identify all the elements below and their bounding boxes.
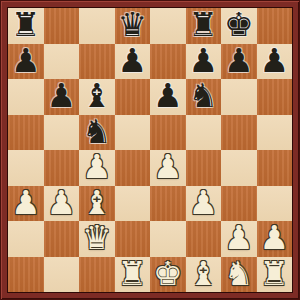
square-c4[interactable]: ♟ xyxy=(79,150,115,186)
square-f2[interactable] xyxy=(186,221,222,257)
black-king-g8[interactable]: ♚ xyxy=(224,8,254,42)
square-e6[interactable]: ♟ xyxy=(150,79,186,115)
square-g1[interactable]: ♞ xyxy=(221,257,257,293)
square-a7[interactable]: ♟ xyxy=(8,44,44,80)
square-a3[interactable]: ♟ xyxy=(8,186,44,222)
square-a8[interactable]: ♜ xyxy=(8,8,44,44)
square-f5[interactable] xyxy=(186,115,222,151)
square-e4[interactable]: ♟ xyxy=(150,150,186,186)
square-g3[interactable] xyxy=(221,186,257,222)
white-bishop-f1[interactable]: ♝ xyxy=(188,257,218,291)
square-c6[interactable]: ♝ xyxy=(79,79,115,115)
square-g4[interactable] xyxy=(221,150,257,186)
square-f7[interactable]: ♟ xyxy=(186,44,222,80)
black-rook-f8[interactable]: ♜ xyxy=(188,8,218,42)
square-b2[interactable] xyxy=(44,221,80,257)
square-h8[interactable] xyxy=(257,8,293,44)
square-e1[interactable]: ♚ xyxy=(150,257,186,293)
square-g5[interactable] xyxy=(221,115,257,151)
square-h4[interactable] xyxy=(257,150,293,186)
white-bishop-c3[interactable]: ♝ xyxy=(82,186,112,220)
square-h2[interactable]: ♟ xyxy=(257,221,293,257)
square-a4[interactable] xyxy=(8,150,44,186)
white-knight-g1[interactable]: ♞ xyxy=(224,257,254,291)
square-d2[interactable] xyxy=(115,221,151,257)
square-g8[interactable]: ♚ xyxy=(221,8,257,44)
black-pawn-d7[interactable]: ♟ xyxy=(117,44,147,78)
square-c1[interactable] xyxy=(79,257,115,293)
square-f8[interactable]: ♜ xyxy=(186,8,222,44)
square-e8[interactable] xyxy=(150,8,186,44)
black-pawn-g7[interactable]: ♟ xyxy=(224,44,254,78)
square-f4[interactable] xyxy=(186,150,222,186)
black-pawn-a7[interactable]: ♟ xyxy=(11,44,41,78)
square-b4[interactable] xyxy=(44,150,80,186)
square-a6[interactable] xyxy=(8,79,44,115)
square-d4[interactable] xyxy=(115,150,151,186)
white-pawn-e4[interactable]: ♟ xyxy=(153,150,183,184)
square-a5[interactable] xyxy=(8,115,44,151)
square-c5[interactable]: ♞ xyxy=(79,115,115,151)
square-c3[interactable]: ♝ xyxy=(79,186,115,222)
square-f1[interactable]: ♝ xyxy=(186,257,222,293)
square-b6[interactable]: ♟ xyxy=(44,79,80,115)
square-b7[interactable] xyxy=(44,44,80,80)
square-f3[interactable]: ♟ xyxy=(186,186,222,222)
square-h5[interactable] xyxy=(257,115,293,151)
square-d8[interactable]: ♛ xyxy=(115,8,151,44)
square-a1[interactable] xyxy=(8,257,44,293)
square-c8[interactable] xyxy=(79,8,115,44)
square-d1[interactable]: ♜ xyxy=(115,257,151,293)
white-pawn-g2[interactable]: ♟ xyxy=(224,221,254,255)
square-e3[interactable] xyxy=(150,186,186,222)
square-h1[interactable]: ♜ xyxy=(257,257,293,293)
white-queen-c2[interactable]: ♛ xyxy=(82,221,112,255)
black-pawn-h7[interactable]: ♟ xyxy=(259,44,289,78)
white-pawn-h2[interactable]: ♟ xyxy=(259,221,289,255)
white-king-e1[interactable]: ♚ xyxy=(153,257,183,291)
white-pawn-f3[interactable]: ♟ xyxy=(188,186,218,220)
chess-diagram: ♜♛♜♚♟♟♟♟♟♟♝♟♞♞♟♟♟♟♝♟♛♟♟♜♚♝♞♜ xyxy=(0,0,300,300)
square-h6[interactable] xyxy=(257,79,293,115)
white-rook-d1[interactable]: ♜ xyxy=(117,257,147,291)
white-pawn-c4[interactable]: ♟ xyxy=(82,150,112,184)
square-g2[interactable]: ♟ xyxy=(221,221,257,257)
square-e2[interactable] xyxy=(150,221,186,257)
square-d5[interactable] xyxy=(115,115,151,151)
square-d6[interactable] xyxy=(115,79,151,115)
chess-board: ♜♛♜♚♟♟♟♟♟♟♝♟♞♞♟♟♟♟♝♟♛♟♟♜♚♝♞♜ xyxy=(8,8,292,292)
square-g7[interactable]: ♟ xyxy=(221,44,257,80)
black-knight-f6[interactable]: ♞ xyxy=(188,79,218,113)
square-h7[interactable]: ♟ xyxy=(257,44,293,80)
black-bishop-c6[interactable]: ♝ xyxy=(82,79,112,113)
square-b5[interactable] xyxy=(44,115,80,151)
square-e5[interactable] xyxy=(150,115,186,151)
square-e7[interactable] xyxy=(150,44,186,80)
black-queen-d8[interactable]: ♛ xyxy=(117,8,147,42)
black-knight-c5[interactable]: ♞ xyxy=(82,115,112,149)
square-b3[interactable]: ♟ xyxy=(44,186,80,222)
square-a2[interactable] xyxy=(8,221,44,257)
square-b8[interactable] xyxy=(44,8,80,44)
black-pawn-b6[interactable]: ♟ xyxy=(46,79,76,113)
black-rook-a8[interactable]: ♜ xyxy=(11,8,41,42)
square-g6[interactable] xyxy=(221,79,257,115)
white-rook-h1[interactable]: ♜ xyxy=(259,257,289,291)
black-pawn-e6[interactable]: ♟ xyxy=(153,79,183,113)
square-c7[interactable] xyxy=(79,44,115,80)
square-d3[interactable] xyxy=(115,186,151,222)
white-pawn-a3[interactable]: ♟ xyxy=(11,186,41,220)
square-d7[interactable]: ♟ xyxy=(115,44,151,80)
black-pawn-f7[interactable]: ♟ xyxy=(188,44,218,78)
square-h3[interactable] xyxy=(257,186,293,222)
square-b1[interactable] xyxy=(44,257,80,293)
white-pawn-b3[interactable]: ♟ xyxy=(46,186,76,220)
square-f6[interactable]: ♞ xyxy=(186,79,222,115)
square-c2[interactable]: ♛ xyxy=(79,221,115,257)
